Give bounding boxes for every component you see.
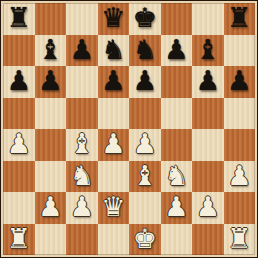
square-g2[interactable]: ♟ xyxy=(192,192,224,224)
piece-white-pawn[interactable]: ♟ xyxy=(133,130,157,157)
square-a3[interactable] xyxy=(3,161,35,193)
square-b5[interactable] xyxy=(35,98,67,130)
piece-black-pawn[interactable]: ♟ xyxy=(7,67,31,94)
square-a7[interactable] xyxy=(3,35,35,67)
square-h7[interactable] xyxy=(224,35,256,67)
square-d8[interactable]: ♛ xyxy=(98,3,130,35)
square-e3[interactable]: ♝ xyxy=(129,161,161,193)
chess-board-frame: ♜♛♚♜♝♟♞♞♟♝♟♟♟♟♟♟♟♝♟♟♞♝♞♟♟♟♛♟♟♜♚♜ xyxy=(0,0,258,258)
square-a8[interactable]: ♜ xyxy=(3,3,35,35)
piece-white-bishop[interactable]: ♝ xyxy=(70,130,94,157)
square-b7[interactable]: ♝ xyxy=(35,35,67,67)
piece-white-knight[interactable]: ♞ xyxy=(164,162,188,189)
square-g4[interactable] xyxy=(192,129,224,161)
piece-black-pawn[interactable]: ♟ xyxy=(70,36,94,63)
square-f8[interactable] xyxy=(161,3,193,35)
square-f5[interactable] xyxy=(161,98,193,130)
piece-black-rook[interactable]: ♜ xyxy=(7,4,31,31)
square-d2[interactable]: ♛ xyxy=(98,192,130,224)
piece-black-rook[interactable]: ♜ xyxy=(227,4,251,31)
square-c1[interactable] xyxy=(66,224,98,256)
square-a6[interactable]: ♟ xyxy=(3,66,35,98)
square-b2[interactable]: ♟ xyxy=(35,192,67,224)
square-b6[interactable]: ♟ xyxy=(35,66,67,98)
square-c2[interactable]: ♟ xyxy=(66,192,98,224)
piece-black-pawn[interactable]: ♟ xyxy=(164,36,188,63)
square-f6[interactable] xyxy=(161,66,193,98)
piece-white-pawn[interactable]: ♟ xyxy=(227,162,251,189)
square-h3[interactable]: ♟ xyxy=(224,161,256,193)
square-e7[interactable]: ♞ xyxy=(129,35,161,67)
piece-white-pawn[interactable]: ♟ xyxy=(7,130,31,157)
square-a2[interactable] xyxy=(3,192,35,224)
piece-black-bishop[interactable]: ♝ xyxy=(196,36,220,63)
square-a1[interactable]: ♜ xyxy=(3,224,35,256)
square-c6[interactable] xyxy=(66,66,98,98)
square-h6[interactable]: ♟ xyxy=(224,66,256,98)
square-d3[interactable] xyxy=(98,161,130,193)
piece-black-pawn[interactable]: ♟ xyxy=(133,67,157,94)
square-f7[interactable]: ♟ xyxy=(161,35,193,67)
piece-black-pawn[interactable]: ♟ xyxy=(101,67,125,94)
piece-black-bishop[interactable]: ♝ xyxy=(38,36,62,63)
square-b8[interactable] xyxy=(35,3,67,35)
chess-board: ♜♛♚♜♝♟♞♞♟♝♟♟♟♟♟♟♟♝♟♟♞♝♞♟♟♟♛♟♟♜♚♜ xyxy=(3,3,255,255)
square-c8[interactable] xyxy=(66,3,98,35)
square-g1[interactable] xyxy=(192,224,224,256)
square-g6[interactable]: ♟ xyxy=(192,66,224,98)
square-g8[interactable] xyxy=(192,3,224,35)
piece-black-queen[interactable]: ♛ xyxy=(101,4,125,31)
piece-white-rook[interactable]: ♜ xyxy=(7,225,31,252)
piece-white-bishop[interactable]: ♝ xyxy=(133,162,157,189)
square-c3[interactable]: ♞ xyxy=(66,161,98,193)
square-f2[interactable]: ♟ xyxy=(161,192,193,224)
square-e2[interactable] xyxy=(129,192,161,224)
piece-white-pawn[interactable]: ♟ xyxy=(101,130,125,157)
square-e8[interactable]: ♚ xyxy=(129,3,161,35)
square-f4[interactable] xyxy=(161,129,193,161)
piece-white-pawn[interactable]: ♟ xyxy=(196,193,220,220)
piece-white-king[interactable]: ♚ xyxy=(133,225,157,252)
square-b3[interactable] xyxy=(35,161,67,193)
square-d7[interactable]: ♞ xyxy=(98,35,130,67)
piece-black-knight[interactable]: ♞ xyxy=(133,36,157,63)
piece-black-pawn[interactable]: ♟ xyxy=(38,67,62,94)
square-g7[interactable]: ♝ xyxy=(192,35,224,67)
square-f3[interactable]: ♞ xyxy=(161,161,193,193)
square-c7[interactable]: ♟ xyxy=(66,35,98,67)
piece-white-queen[interactable]: ♛ xyxy=(101,193,125,220)
square-d4[interactable]: ♟ xyxy=(98,129,130,161)
piece-white-rook[interactable]: ♜ xyxy=(227,225,251,252)
square-d5[interactable] xyxy=(98,98,130,130)
square-e5[interactable] xyxy=(129,98,161,130)
square-d1[interactable] xyxy=(98,224,130,256)
square-b4[interactable] xyxy=(35,129,67,161)
piece-black-king[interactable]: ♚ xyxy=(133,4,157,31)
square-h1[interactable]: ♜ xyxy=(224,224,256,256)
piece-white-knight[interactable]: ♞ xyxy=(70,162,94,189)
square-h8[interactable]: ♜ xyxy=(224,3,256,35)
square-e4[interactable]: ♟ xyxy=(129,129,161,161)
square-a4[interactable]: ♟ xyxy=(3,129,35,161)
square-h4[interactable] xyxy=(224,129,256,161)
piece-black-knight[interactable]: ♞ xyxy=(101,36,125,63)
square-f1[interactable] xyxy=(161,224,193,256)
square-d6[interactable]: ♟ xyxy=(98,66,130,98)
square-b1[interactable] xyxy=(35,224,67,256)
square-c5[interactable] xyxy=(66,98,98,130)
square-g5[interactable] xyxy=(192,98,224,130)
piece-white-pawn[interactable]: ♟ xyxy=(70,193,94,220)
piece-white-pawn[interactable]: ♟ xyxy=(164,193,188,220)
square-e6[interactable]: ♟ xyxy=(129,66,161,98)
square-a5[interactable] xyxy=(3,98,35,130)
square-e1[interactable]: ♚ xyxy=(129,224,161,256)
piece-black-pawn[interactable]: ♟ xyxy=(227,67,251,94)
square-c4[interactable]: ♝ xyxy=(66,129,98,161)
piece-black-pawn[interactable]: ♟ xyxy=(196,67,220,94)
square-h2[interactable] xyxy=(224,192,256,224)
square-h5[interactable] xyxy=(224,98,256,130)
square-g3[interactable] xyxy=(192,161,224,193)
piece-white-pawn[interactable]: ♟ xyxy=(38,193,62,220)
